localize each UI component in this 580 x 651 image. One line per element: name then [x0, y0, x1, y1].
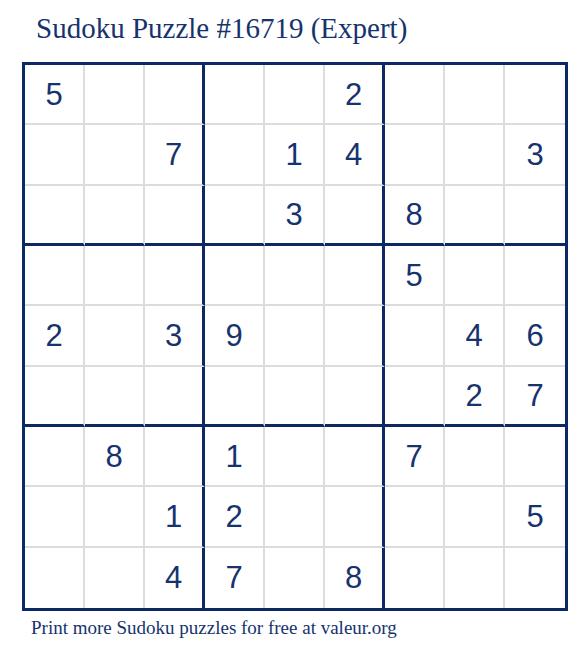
cell-r6c8[interactable]: 2	[445, 367, 505, 427]
cell-r4c2[interactable]	[85, 246, 145, 306]
cell-r9c9[interactable]	[505, 548, 565, 608]
cell-r8c9[interactable]: 5	[505, 487, 565, 547]
cell-r9c2[interactable]	[85, 548, 145, 608]
cell-r1c6[interactable]: 2	[325, 65, 385, 125]
cell-r3c3[interactable]	[145, 186, 205, 246]
cell-r2c4[interactable]	[205, 125, 265, 185]
cell-r8c7[interactable]	[385, 487, 445, 547]
cell-r4c8[interactable]	[445, 246, 505, 306]
cell-r6c1[interactable]	[25, 367, 85, 427]
cell-r2c2[interactable]	[85, 125, 145, 185]
cell-r5c4[interactable]: 9	[205, 306, 265, 366]
cell-r4c1[interactable]	[25, 246, 85, 306]
cell-r8c4[interactable]: 2	[205, 487, 265, 547]
cell-r4c7[interactable]: 5	[385, 246, 445, 306]
cell-r2c3[interactable]: 7	[145, 125, 205, 185]
cell-r5c2[interactable]	[85, 306, 145, 366]
cell-r9c8[interactable]	[445, 548, 505, 608]
cell-r6c7[interactable]	[385, 367, 445, 427]
cell-r7c8[interactable]	[445, 427, 505, 487]
page-title: Sudoku Puzzle #16719 (Expert)	[36, 12, 407, 45]
cell-r9c3[interactable]: 4	[145, 548, 205, 608]
cell-r8c6[interactable]	[325, 487, 385, 547]
cell-r9c4[interactable]: 7	[205, 548, 265, 608]
cell-r4c6[interactable]	[325, 246, 385, 306]
cell-r5c5[interactable]	[265, 306, 325, 366]
cell-r5c7[interactable]	[385, 306, 445, 366]
cell-r7c3[interactable]	[145, 427, 205, 487]
cell-r6c2[interactable]	[85, 367, 145, 427]
sudoku-board: 5271433852394627817125478	[22, 62, 568, 611]
cell-r1c7[interactable]	[385, 65, 445, 125]
cell-r6c9[interactable]: 7	[505, 367, 565, 427]
cell-r1c4[interactable]	[205, 65, 265, 125]
cell-r5c6[interactable]	[325, 306, 385, 366]
cell-r2c7[interactable]	[385, 125, 445, 185]
cell-r8c8[interactable]	[445, 487, 505, 547]
cell-r7c2[interactable]: 8	[85, 427, 145, 487]
cell-r8c2[interactable]	[85, 487, 145, 547]
cell-r7c7[interactable]: 7	[385, 427, 445, 487]
cell-r6c5[interactable]	[265, 367, 325, 427]
cell-r7c1[interactable]	[25, 427, 85, 487]
cell-r2c8[interactable]	[445, 125, 505, 185]
cell-r7c5[interactable]	[265, 427, 325, 487]
cell-r4c9[interactable]	[505, 246, 565, 306]
cell-r7c6[interactable]	[325, 427, 385, 487]
cell-r1c9[interactable]	[505, 65, 565, 125]
cell-r5c8[interactable]: 4	[445, 306, 505, 366]
cell-r4c4[interactable]	[205, 246, 265, 306]
cell-r2c9[interactable]: 3	[505, 125, 565, 185]
cell-r1c3[interactable]	[145, 65, 205, 125]
cell-r9c1[interactable]	[25, 548, 85, 608]
cell-r6c4[interactable]	[205, 367, 265, 427]
cell-r3c7[interactable]: 8	[385, 186, 445, 246]
cell-r9c6[interactable]: 8	[325, 548, 385, 608]
cell-r7c9[interactable]	[505, 427, 565, 487]
cell-r2c5[interactable]: 1	[265, 125, 325, 185]
cell-r8c1[interactable]	[25, 487, 85, 547]
cell-r3c1[interactable]	[25, 186, 85, 246]
sudoku-print-page: Sudoku Puzzle #16719 (Expert) 5271433852…	[0, 0, 580, 651]
cell-r3c8[interactable]	[445, 186, 505, 246]
cell-r3c4[interactable]	[205, 186, 265, 246]
cell-r1c8[interactable]	[445, 65, 505, 125]
cell-r8c5[interactable]	[265, 487, 325, 547]
cell-r2c6[interactable]: 4	[325, 125, 385, 185]
cell-r1c5[interactable]	[265, 65, 325, 125]
cell-r8c3[interactable]: 1	[145, 487, 205, 547]
cell-r7c4[interactable]: 1	[205, 427, 265, 487]
cell-r4c3[interactable]	[145, 246, 205, 306]
cell-r5c1[interactable]: 2	[25, 306, 85, 366]
cell-r9c5[interactable]	[265, 548, 325, 608]
cell-r6c3[interactable]	[145, 367, 205, 427]
cell-r3c6[interactable]	[325, 186, 385, 246]
cell-r1c1[interactable]: 5	[25, 65, 85, 125]
cell-r3c9[interactable]	[505, 186, 565, 246]
footer-text: Print more Sudoku puzzles for free at va…	[31, 617, 397, 639]
cell-r3c5[interactable]: 3	[265, 186, 325, 246]
cell-r5c3[interactable]: 3	[145, 306, 205, 366]
cell-r6c6[interactable]	[325, 367, 385, 427]
cell-r9c7[interactable]	[385, 548, 445, 608]
cell-r1c2[interactable]	[85, 65, 145, 125]
cell-r5c9[interactable]: 6	[505, 306, 565, 366]
cell-r2c1[interactable]	[25, 125, 85, 185]
cell-r4c5[interactable]	[265, 246, 325, 306]
cell-r3c2[interactable]	[85, 186, 145, 246]
